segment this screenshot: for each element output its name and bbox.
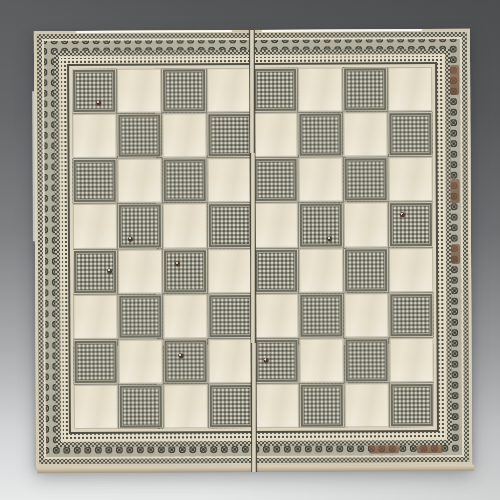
square-d8[interactable]	[207, 68, 251, 112]
wear-patch	[450, 65, 459, 95]
square-g2[interactable]	[344, 338, 388, 382]
square-h5[interactable]	[389, 202, 433, 246]
wear-patch	[451, 179, 460, 203]
wear-speck	[179, 353, 184, 358]
square-b5[interactable]	[118, 204, 162, 248]
square-h3[interactable]	[389, 293, 433, 337]
square-b1[interactable]	[119, 384, 163, 428]
square-g5[interactable]	[344, 203, 388, 247]
square-f5[interactable]	[298, 203, 342, 247]
wear-patch	[369, 445, 399, 453]
square-e4[interactable]	[254, 248, 298, 292]
square-f4[interactable]	[299, 248, 343, 292]
square-b8[interactable]	[117, 68, 161, 112]
square-g8[interactable]	[343, 67, 387, 111]
square-d4[interactable]	[208, 249, 252, 293]
square-e8[interactable]	[253, 68, 297, 112]
square-h8[interactable]	[388, 67, 432, 111]
square-f7[interactable]	[298, 113, 342, 157]
board	[34, 29, 472, 467]
square-a6[interactable]	[73, 159, 117, 203]
square-f1[interactable]	[299, 383, 343, 427]
photo-background	[0, 0, 500, 500]
square-b6[interactable]	[118, 159, 162, 203]
square-a3[interactable]	[73, 294, 117, 338]
square-b3[interactable]	[118, 294, 162, 338]
square-e2[interactable]	[254, 339, 298, 383]
square-e1[interactable]	[254, 384, 298, 428]
wear-speck	[128, 237, 133, 242]
square-d6[interactable]	[208, 158, 252, 202]
square-d5[interactable]	[208, 203, 252, 247]
wear-speck	[96, 101, 101, 106]
square-g7[interactable]	[343, 112, 387, 156]
square-c4[interactable]	[163, 249, 207, 293]
square-b4[interactable]	[118, 249, 162, 293]
wear-speck	[264, 358, 269, 363]
square-h7[interactable]	[388, 112, 432, 156]
square-e5[interactable]	[253, 203, 297, 247]
square-f8[interactable]	[298, 68, 342, 112]
square-h6[interactable]	[388, 157, 432, 201]
square-c2[interactable]	[164, 339, 208, 383]
square-d2[interactable]	[209, 339, 253, 383]
square-e3[interactable]	[254, 293, 298, 337]
wear-patch	[417, 445, 443, 453]
square-d3[interactable]	[209, 294, 253, 338]
square-a1[interactable]	[74, 385, 118, 429]
square-c1[interactable]	[164, 384, 208, 428]
square-g3[interactable]	[344, 293, 388, 337]
square-c5[interactable]	[163, 204, 207, 248]
square-f3[interactable]	[299, 293, 343, 337]
square-c7[interactable]	[163, 113, 207, 157]
square-h2[interactable]	[389, 338, 433, 382]
square-f6[interactable]	[298, 158, 342, 202]
wear-speck	[400, 212, 405, 217]
wear-patch	[451, 244, 460, 264]
square-g1[interactable]	[344, 383, 388, 427]
square-c8[interactable]	[162, 68, 206, 112]
square-a2[interactable]	[73, 339, 117, 383]
square-d7[interactable]	[208, 113, 252, 157]
square-a8[interactable]	[72, 69, 116, 113]
square-a5[interactable]	[73, 204, 117, 248]
square-d1[interactable]	[209, 384, 253, 428]
square-b2[interactable]	[119, 339, 163, 383]
square-h1[interactable]	[390, 383, 434, 427]
wear-speck	[327, 237, 332, 242]
square-f2[interactable]	[299, 338, 343, 382]
wear-speck	[107, 269, 112, 274]
square-g6[interactable]	[343, 158, 387, 202]
square-c3[interactable]	[163, 294, 207, 338]
square-c6[interactable]	[163, 158, 207, 202]
square-a7[interactable]	[72, 114, 116, 158]
square-e6[interactable]	[253, 158, 297, 202]
square-g4[interactable]	[344, 248, 388, 292]
wear-speck	[175, 261, 180, 266]
square-b7[interactable]	[117, 114, 161, 158]
square-h4[interactable]	[389, 248, 433, 292]
square-e7[interactable]	[253, 113, 297, 157]
